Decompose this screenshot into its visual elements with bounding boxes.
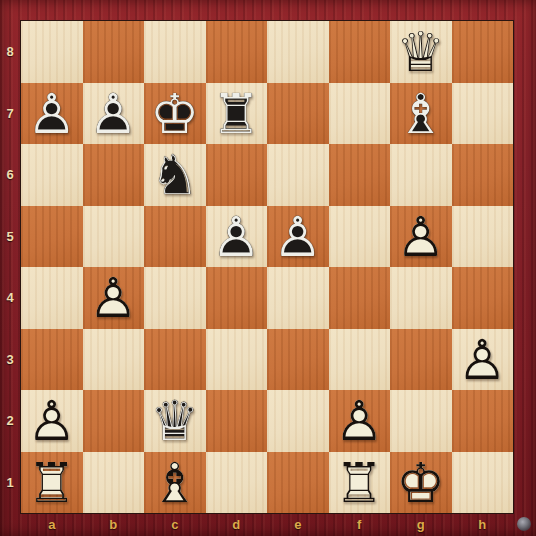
- black-rook-d7[interactable]: ♜♖: [206, 83, 268, 145]
- piece-fill-glyph: ♟︎: [390, 206, 452, 268]
- white-pawn-b4[interactable]: ♟︎♙: [83, 267, 145, 329]
- piece-fill-glyph: ♝: [390, 83, 452, 145]
- square-c8[interactable]: [144, 21, 206, 83]
- piece-outline-glyph: ♖: [329, 452, 391, 514]
- square-b2[interactable]: [83, 390, 145, 452]
- black-bishop-g7[interactable]: ♝♗: [390, 83, 452, 145]
- square-e3[interactable]: [267, 329, 329, 391]
- white-king-g1[interactable]: ♚♔: [390, 452, 452, 514]
- white-bishop-c1[interactable]: ♝♗: [144, 452, 206, 514]
- file-label-h: h: [452, 513, 514, 535]
- square-f6[interactable]: [329, 144, 391, 206]
- square-c5[interactable]: [144, 206, 206, 268]
- square-a2[interactable]: ♟︎♙: [21, 390, 83, 452]
- rank-labels: 87654321: [0, 21, 20, 513]
- piece-outline-glyph: ♙: [206, 206, 268, 268]
- square-d6[interactable]: [206, 144, 268, 206]
- square-d7[interactable]: ♜♖: [206, 83, 268, 145]
- square-b5[interactable]: [83, 206, 145, 268]
- piece-fill-glyph: ♟︎: [206, 206, 268, 268]
- file-label-d: d: [206, 513, 268, 535]
- piece-fill-glyph: ♟︎: [83, 267, 145, 329]
- black-pawn-a7[interactable]: ♟︎♙: [21, 83, 83, 145]
- square-c6[interactable]: ♞♘: [144, 144, 206, 206]
- piece-outline-glyph: ♕: [390, 21, 452, 83]
- piece-outline-glyph: ♙: [267, 206, 329, 268]
- piece-outline-glyph: ♙: [83, 83, 145, 145]
- chess-board[interactable]: ♛♕♟︎♙♟︎♙♚♔♜♖♝♗♞♘♟︎♙♟︎♙♟︎♙♟︎♙♟︎♙♟︎♙♛♕♟︎♙♜…: [20, 20, 514, 514]
- white-rook-f1[interactable]: ♜♖: [329, 452, 391, 514]
- square-g2[interactable]: [390, 390, 452, 452]
- rank-label-8: 8: [0, 21, 20, 83]
- piece-fill-glyph: ♝: [144, 452, 206, 514]
- piece-fill-glyph: ♟︎: [21, 83, 83, 145]
- square-b4[interactable]: ♟︎♙: [83, 267, 145, 329]
- square-h5[interactable]: [452, 206, 514, 268]
- square-h6[interactable]: [452, 144, 514, 206]
- file-labels: abcdefgh: [21, 513, 513, 535]
- piece-outline-glyph: ♗: [144, 452, 206, 514]
- square-h8[interactable]: [452, 21, 514, 83]
- square-a7[interactable]: ♟︎♙: [21, 83, 83, 145]
- piece-outline-glyph: ♕: [144, 390, 206, 452]
- rank-label-1: 1: [0, 452, 20, 514]
- rank-label-4: 4: [0, 267, 20, 329]
- piece-fill-glyph: ♜: [21, 452, 83, 514]
- square-g7[interactable]: ♝♗: [390, 83, 452, 145]
- piece-fill-glyph: ♚: [390, 452, 452, 514]
- square-b6[interactable]: [83, 144, 145, 206]
- piece-fill-glyph: ♟︎: [267, 206, 329, 268]
- square-b8[interactable]: [83, 21, 145, 83]
- piece-outline-glyph: ♙: [21, 83, 83, 145]
- piece-fill-glyph: ♚: [144, 83, 206, 145]
- square-a4[interactable]: [21, 267, 83, 329]
- square-g4[interactable]: [390, 267, 452, 329]
- square-d2[interactable]: [206, 390, 268, 452]
- black-pawn-d5[interactable]: ♟︎♙: [206, 206, 268, 268]
- piece-fill-glyph: ♟︎: [21, 390, 83, 452]
- square-h3[interactable]: ♟︎♙: [452, 329, 514, 391]
- square-g5[interactable]: ♟︎♙: [390, 206, 452, 268]
- square-a8[interactable]: [21, 21, 83, 83]
- square-a5[interactable]: [21, 206, 83, 268]
- square-g3[interactable]: [390, 329, 452, 391]
- square-g6[interactable]: [390, 144, 452, 206]
- file-label-c: c: [144, 513, 206, 535]
- square-a6[interactable]: [21, 144, 83, 206]
- piece-outline-glyph: ♖: [21, 452, 83, 514]
- white-pawn-f2[interactable]: ♟︎♙: [329, 390, 391, 452]
- piece-fill-glyph: ♜: [206, 83, 268, 145]
- rank-label-2: 2: [0, 390, 20, 452]
- square-f2[interactable]: ♟︎♙: [329, 390, 391, 452]
- square-e7[interactable]: [267, 83, 329, 145]
- piece-fill-glyph: ♟︎: [452, 329, 514, 391]
- square-f3[interactable]: [329, 329, 391, 391]
- square-c1[interactable]: ♝♗: [144, 452, 206, 514]
- square-d1[interactable]: [206, 452, 268, 514]
- piece-fill-glyph: ♟︎: [83, 83, 145, 145]
- black-pawn-e5[interactable]: ♟︎♙: [267, 206, 329, 268]
- square-a1[interactable]: ♜♖: [21, 452, 83, 514]
- piece-outline-glyph: ♔: [144, 83, 206, 145]
- black-queen-c2[interactable]: ♛♕: [144, 390, 206, 452]
- square-a3[interactable]: [21, 329, 83, 391]
- square-d3[interactable]: [206, 329, 268, 391]
- square-f1[interactable]: ♜♖: [329, 452, 391, 514]
- square-e1[interactable]: [267, 452, 329, 514]
- white-rook-a1[interactable]: ♜♖: [21, 452, 83, 514]
- square-d4[interactable]: [206, 267, 268, 329]
- file-label-a: a: [21, 513, 83, 535]
- square-e6[interactable]: [267, 144, 329, 206]
- file-label-g: g: [390, 513, 452, 535]
- black-knight-c6[interactable]: ♞♘: [144, 144, 206, 206]
- file-label-b: b: [83, 513, 145, 535]
- square-d8[interactable]: [206, 21, 268, 83]
- square-f7[interactable]: [329, 83, 391, 145]
- white-pawn-a2[interactable]: ♟︎♙: [21, 390, 83, 452]
- square-h7[interactable]: [452, 83, 514, 145]
- square-h2[interactable]: [452, 390, 514, 452]
- white-pawn-h3[interactable]: ♟︎♙: [452, 329, 514, 391]
- board-frame: 87654321 ♛♕♟︎♙♟︎♙♚♔♜♖♝♗♞♘♟︎♙♟︎♙♟︎♙♟︎♙♟︎♙…: [0, 0, 536, 536]
- rank-label-6: 6: [0, 144, 20, 206]
- square-h4[interactable]: [452, 267, 514, 329]
- rank-label-5: 5: [0, 206, 20, 268]
- square-h1[interactable]: [452, 452, 514, 514]
- square-c2[interactable]: ♛♕: [144, 390, 206, 452]
- piece-fill-glyph: ♜: [329, 452, 391, 514]
- piece-outline-glyph: ♙: [452, 329, 514, 391]
- rank-label-7: 7: [0, 83, 20, 145]
- square-g1[interactable]: ♚♔: [390, 452, 452, 514]
- square-e2[interactable]: [267, 390, 329, 452]
- piece-outline-glyph: ♘: [144, 144, 206, 206]
- rank-label-3: 3: [0, 329, 20, 391]
- piece-fill-glyph: ♞: [144, 144, 206, 206]
- piece-fill-glyph: ♛: [144, 390, 206, 452]
- square-f4[interactable]: [329, 267, 391, 329]
- piece-outline-glyph: ♙: [329, 390, 391, 452]
- piece-outline-glyph: ♙: [83, 267, 145, 329]
- square-e5[interactable]: ♟︎♙: [267, 206, 329, 268]
- square-b7[interactable]: ♟︎♙: [83, 83, 145, 145]
- square-e4[interactable]: [267, 267, 329, 329]
- square-c4[interactable]: [144, 267, 206, 329]
- piece-outline-glyph: ♗: [390, 83, 452, 145]
- black-king-c7[interactable]: ♚♔: [144, 83, 206, 145]
- piece-outline-glyph: ♔: [390, 452, 452, 514]
- square-e8[interactable]: [267, 21, 329, 83]
- square-f5[interactable]: [329, 206, 391, 268]
- white-pawn-g5[interactable]: ♟︎♙: [390, 206, 452, 268]
- square-f8[interactable]: [329, 21, 391, 83]
- square-g8[interactable]: ♛♕: [390, 21, 452, 83]
- piece-outline-glyph: ♙: [390, 206, 452, 268]
- square-d5[interactable]: ♟︎♙: [206, 206, 268, 268]
- file-label-e: e: [267, 513, 329, 535]
- file-label-f: f: [329, 513, 391, 535]
- square-c3[interactable]: [144, 329, 206, 391]
- white-queen-g8[interactable]: ♛♕: [390, 21, 452, 83]
- corner-screw-icon: [517, 517, 531, 531]
- square-b1[interactable]: [83, 452, 145, 514]
- piece-outline-glyph: ♙: [21, 390, 83, 452]
- piece-outline-glyph: ♖: [206, 83, 268, 145]
- square-c7[interactable]: ♚♔: [144, 83, 206, 145]
- piece-fill-glyph: ♟︎: [329, 390, 391, 452]
- black-pawn-b7[interactable]: ♟︎♙: [83, 83, 145, 145]
- piece-fill-glyph: ♛: [390, 21, 452, 83]
- square-b3[interactable]: [83, 329, 145, 391]
